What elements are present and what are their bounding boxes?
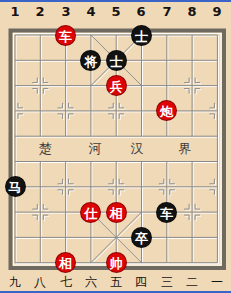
piece-black-chariot[interactable]: 车 xyxy=(156,202,177,223)
file-label-bottom-3: 三 xyxy=(157,275,177,290)
river-text-han: 汉 xyxy=(126,141,148,156)
piece-red-advisor[interactable]: 仕 xyxy=(80,202,101,223)
piece-black-horse[interactable]: 马 xyxy=(5,176,26,197)
piece-red-elephant[interactable]: 相 xyxy=(106,202,127,223)
piece-red-general[interactable]: 帅 xyxy=(106,252,127,273)
piece-black-soldier[interactable]: 卒 xyxy=(131,227,152,248)
file-label-bottom-6: 六 xyxy=(81,275,101,290)
file-label-bottom-5: 五 xyxy=(106,275,126,290)
file-label-bottom-2: 二 xyxy=(182,275,202,290)
xiangqi-app-window: 1 2 3 4 5 6 7 8 9 楚 河 汉 界 车士将士兵炮马仕相车卒相帅 … xyxy=(0,0,231,293)
file-label-bottom-4: 四 xyxy=(131,275,151,290)
piece-red-soldier[interactable]: 兵 xyxy=(106,75,127,96)
file-label-bottom-9: 九 xyxy=(5,275,25,290)
piece-black-advisor[interactable]: 士 xyxy=(106,50,127,71)
river-text-he: 河 xyxy=(84,141,106,156)
piece-black-advisor[interactable]: 士 xyxy=(131,25,152,46)
river-text-jie: 界 xyxy=(174,141,196,156)
river-text-chu: 楚 xyxy=(34,141,56,156)
file-label-bottom-1: 一 xyxy=(207,275,227,290)
file-label-bottom-7: 七 xyxy=(56,275,76,290)
piece-red-chariot[interactable]: 车 xyxy=(55,25,76,46)
file-label-bottom-8: 八 xyxy=(30,275,50,290)
